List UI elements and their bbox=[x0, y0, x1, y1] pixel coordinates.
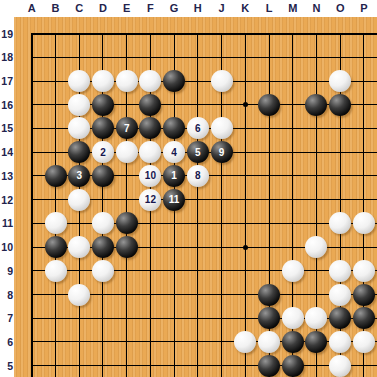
grid-line-row-5 bbox=[31, 365, 377, 366]
row-label-17: 17 bbox=[0, 74, 13, 88]
stone-black-G17 bbox=[163, 70, 185, 92]
stone-black-L5 bbox=[258, 355, 280, 377]
move-number-label: 7 bbox=[124, 123, 130, 134]
grid-line-row-11 bbox=[31, 223, 377, 224]
stone-black-D13 bbox=[92, 165, 114, 187]
col-label-H: H bbox=[188, 1, 208, 15]
col-label-C: C bbox=[69, 1, 89, 15]
go-board-screenshot: ABCDEFGHJKLMNOP1918171615141312111098765… bbox=[0, 0, 377, 377]
stone-black-D10 bbox=[92, 236, 114, 258]
stone-black-P7 bbox=[353, 307, 375, 329]
stone-white-M7 bbox=[282, 307, 304, 329]
stone-white-O9 bbox=[329, 260, 351, 282]
col-label-N: N bbox=[306, 1, 326, 15]
stone-white-H13: 8 bbox=[187, 165, 209, 187]
move-number-label: 11 bbox=[169, 194, 180, 205]
row-label-8: 8 bbox=[0, 288, 13, 302]
grid-line-row-9 bbox=[31, 270, 377, 271]
stone-black-C13: 3 bbox=[68, 165, 90, 187]
stone-black-J14: 9 bbox=[211, 141, 233, 163]
grid-line-col-B bbox=[55, 33, 56, 377]
row-label-11: 11 bbox=[0, 216, 13, 230]
col-label-D: D bbox=[93, 1, 113, 15]
star-point-K10 bbox=[243, 245, 248, 250]
stone-black-E15: 7 bbox=[116, 117, 138, 139]
move-number-label: 6 bbox=[195, 123, 201, 134]
stone-white-J17 bbox=[211, 70, 233, 92]
grid-line-col-H bbox=[197, 33, 198, 377]
grid-line-row-18 bbox=[31, 57, 377, 58]
stone-white-F12: 12 bbox=[139, 189, 161, 211]
stone-black-F16 bbox=[139, 94, 161, 116]
stone-white-D14: 2 bbox=[92, 141, 114, 163]
row-label-13: 13 bbox=[0, 169, 13, 183]
stone-white-L6 bbox=[258, 331, 280, 353]
move-number-label: 3 bbox=[76, 170, 82, 181]
grid-line-row-19 bbox=[31, 33, 377, 35]
col-label-L: L bbox=[259, 1, 279, 15]
col-label-B: B bbox=[46, 1, 66, 15]
stone-black-E10 bbox=[116, 236, 138, 258]
row-label-12: 12 bbox=[0, 193, 13, 207]
stone-black-M5 bbox=[282, 355, 304, 377]
stone-white-D9 bbox=[92, 260, 114, 282]
stone-white-C16 bbox=[68, 94, 90, 116]
stone-white-B11 bbox=[45, 212, 67, 234]
stone-white-D17 bbox=[92, 70, 114, 92]
stone-white-B9 bbox=[45, 260, 67, 282]
stone-black-O16 bbox=[329, 94, 351, 116]
stone-black-B10 bbox=[45, 236, 67, 258]
stone-white-C8 bbox=[68, 284, 90, 306]
row-label-5: 5 bbox=[0, 359, 13, 373]
stone-black-P8 bbox=[353, 284, 375, 306]
row-label-10: 10 bbox=[0, 240, 13, 254]
row-label-18: 18 bbox=[0, 50, 13, 64]
col-label-G: G bbox=[164, 1, 184, 15]
stone-white-E14 bbox=[116, 141, 138, 163]
stone-black-G13: 1 bbox=[163, 165, 185, 187]
move-number-label: 12 bbox=[145, 194, 156, 205]
col-label-J: J bbox=[212, 1, 232, 15]
stone-white-J15 bbox=[211, 117, 233, 139]
col-label-O: O bbox=[330, 1, 350, 15]
stone-white-O5 bbox=[329, 355, 351, 377]
col-label-K: K bbox=[235, 1, 255, 15]
stone-black-B13 bbox=[45, 165, 67, 187]
col-label-A: A bbox=[22, 1, 42, 15]
stone-black-M6 bbox=[282, 331, 304, 353]
stone-white-O6 bbox=[329, 331, 351, 353]
move-number-label: 9 bbox=[219, 147, 225, 158]
move-number-label: 10 bbox=[145, 170, 156, 181]
row-label-6: 6 bbox=[0, 335, 13, 349]
row-label-16: 16 bbox=[0, 98, 13, 112]
col-label-P: P bbox=[354, 1, 374, 15]
stone-black-D16 bbox=[92, 94, 114, 116]
row-label-14: 14 bbox=[0, 145, 13, 159]
stone-black-G12: 11 bbox=[163, 189, 185, 211]
stone-white-P9 bbox=[353, 260, 375, 282]
stone-white-C12 bbox=[68, 189, 90, 211]
stone-black-E11 bbox=[116, 212, 138, 234]
stone-white-P6 bbox=[353, 331, 375, 353]
move-number-label: 4 bbox=[171, 147, 177, 158]
col-label-M: M bbox=[283, 1, 303, 15]
stone-white-M9 bbox=[282, 260, 304, 282]
row-label-7: 7 bbox=[0, 311, 13, 325]
col-label-F: F bbox=[140, 1, 160, 15]
move-number-label: 8 bbox=[195, 170, 201, 181]
row-label-9: 9 bbox=[0, 264, 13, 278]
col-label-E: E bbox=[117, 1, 137, 15]
stone-black-H14: 5 bbox=[187, 141, 209, 163]
grid-line-col-K bbox=[245, 33, 246, 377]
move-number-label: 5 bbox=[195, 147, 201, 158]
stone-white-O8 bbox=[329, 284, 351, 306]
stone-black-L16 bbox=[258, 94, 280, 116]
stone-black-L8 bbox=[258, 284, 280, 306]
move-number-label: 1 bbox=[171, 170, 177, 181]
row-label-15: 15 bbox=[0, 121, 13, 135]
stone-white-E17 bbox=[116, 70, 138, 92]
move-number-label: 2 bbox=[100, 147, 106, 158]
row-label-19: 19 bbox=[0, 27, 13, 41]
grid-line-col-A bbox=[31, 33, 33, 377]
